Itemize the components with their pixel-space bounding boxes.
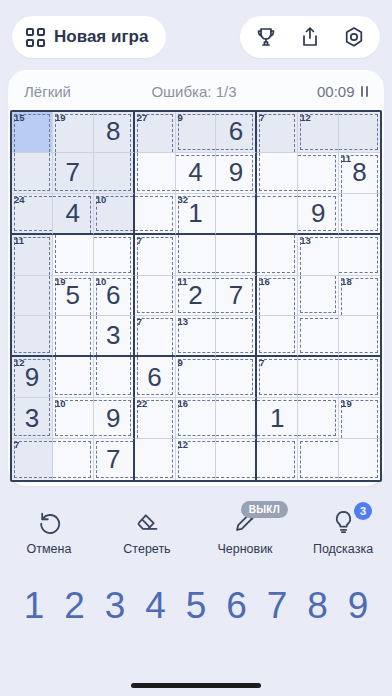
cell-r3c4[interactable] (135, 194, 176, 235)
cell-r3c8[interactable]: 9 (298, 194, 339, 235)
cell-r5c2[interactable]: 195 (53, 276, 94, 317)
cell-r6c9[interactable] (339, 316, 380, 357)
cage-border (341, 194, 378, 231)
cage-border (257, 441, 295, 478)
cage-sum-label: 9 (178, 358, 183, 368)
cell-r4c2[interactable] (53, 235, 94, 276)
hint-button[interactable]: 3 Подсказка (298, 508, 388, 556)
lightbulb-icon (330, 508, 357, 535)
cell-r9c2[interactable] (53, 439, 94, 480)
cage-border (339, 316, 378, 353)
cell-r8c4[interactable]: 22 (135, 398, 176, 439)
cell-r5c8[interactable] (298, 276, 339, 317)
cell-r8c2[interactable]: 10 (53, 398, 94, 439)
cage-sum-label: 19 (55, 113, 66, 123)
cage-sum-label: 19 (341, 399, 352, 409)
cell-r3c6[interactable] (216, 194, 257, 235)
cage-border (259, 316, 295, 353)
cell-r4c9[interactable] (339, 235, 380, 276)
cage-sum-label: 24 (14, 195, 25, 205)
numpad-7[interactable]: 7 (259, 585, 295, 627)
cell-r8c5[interactable]: 16 (176, 398, 217, 439)
numpad-3[interactable]: 3 (97, 585, 133, 627)
numpad-2[interactable]: 2 (57, 585, 93, 627)
cage-border (300, 276, 336, 314)
cage-sum-label: 7 (137, 317, 142, 327)
cage-border (216, 196, 255, 233)
cell-r2c4[interactable] (135, 153, 176, 194)
cell-r6c6[interactable] (216, 316, 257, 357)
cage-border (55, 235, 93, 273)
toolbar: Отмена Стереть ВЫКЛ Черновик 3 Подсказка (0, 508, 392, 556)
cage-border (298, 400, 336, 436)
cell-r1c4[interactable]: 27 (135, 112, 176, 153)
cage-border (137, 318, 173, 355)
cage-border (216, 359, 253, 395)
undo-label: Отмена (27, 542, 72, 556)
cage-border (339, 237, 378, 273)
cell-r2c3[interactable] (94, 153, 135, 194)
cage-border (135, 439, 173, 478)
cage-border (257, 196, 297, 233)
cell-r5c6[interactable]: 7 (216, 276, 257, 317)
cell-r8c8[interactable] (298, 398, 339, 439)
trophy-icon[interactable] (254, 25, 278, 49)
cell-r1c1[interactable]: 15 (12, 112, 53, 153)
cell-r7c8[interactable] (298, 357, 339, 398)
cage-border (178, 235, 216, 273)
top-actions (240, 16, 380, 58)
erase-label: Стереть (123, 542, 170, 556)
cell-r3c2[interactable]: 4 (53, 194, 94, 235)
cell-r1c7[interactable]: 7 (257, 112, 298, 153)
cage-sum-label: 19 (55, 277, 66, 287)
cell-digit: 3 (94, 316, 133, 355)
settings-icon[interactable] (342, 25, 366, 49)
cell-r6c7[interactable] (257, 316, 298, 357)
cage-border (339, 114, 378, 150)
cell-digit: 7 (216, 276, 255, 316)
cell-r1c9[interactable] (339, 112, 380, 153)
number-pad: 123456789 (0, 585, 392, 627)
cell-r4c3[interactable] (94, 235, 135, 276)
draft-label: Черновик (217, 542, 272, 556)
cell-digit: 9 (94, 398, 133, 438)
cell-r6c4[interactable]: 7 (135, 316, 176, 357)
cage-sum-label: 13 (300, 236, 311, 246)
cage-border (216, 318, 253, 353)
new-game-grid-icon (26, 28, 45, 47)
cage-sum-label: 22 (137, 399, 148, 409)
cage-border (178, 114, 216, 150)
cage-border (14, 153, 50, 191)
numpad-6[interactable]: 6 (219, 585, 255, 627)
cage-border (216, 400, 255, 436)
cage-border (53, 441, 91, 478)
cell-r1c3[interactable]: 8 (94, 112, 135, 153)
cage-sum-label: 7 (14, 440, 19, 450)
cell-r9c9[interactable] (339, 439, 380, 480)
cage-sum-label: 13 (178, 317, 189, 327)
cage-border (14, 316, 50, 353)
new-game-label: Новая игра (54, 27, 148, 47)
cage-border (14, 276, 50, 316)
cage-border (298, 155, 336, 191)
cell-r3c1[interactable]: 24 (12, 194, 53, 235)
cage-sum-label: 7 (259, 358, 264, 368)
error-counter: Ошибка: 1/3 (151, 83, 236, 100)
cage-sum-label: 11 (178, 277, 188, 287)
cell-r7c3[interactable] (94, 357, 135, 398)
cell-r2c5[interactable]: 4 (176, 153, 217, 194)
cell-r4c7[interactable] (257, 235, 298, 276)
cage-sum-label: 15 (14, 113, 25, 123)
timer: 00:09 (317, 83, 355, 100)
cell-r8c9[interactable]: 19 (339, 398, 380, 439)
undo-button[interactable]: Отмена (4, 508, 94, 556)
new-game-button[interactable]: Новая игра (12, 16, 166, 58)
cage-sum-label: 7 (137, 236, 142, 246)
cage-sum-label: 32 (178, 195, 189, 205)
cage-border (55, 357, 91, 395)
cell-r4c4[interactable]: 7 (135, 235, 176, 276)
status-row: Лёгкий Ошибка: 1/3 00:09 (8, 70, 384, 110)
cell-r8c3[interactable]: 9 (94, 398, 135, 439)
cell-r7c1[interactable]: 129 (12, 357, 53, 398)
cage-border (259, 114, 295, 152)
cell-r5c1[interactable] (12, 276, 53, 317)
cell-r1c8[interactable]: 12 (298, 112, 339, 153)
cage-sum-label: 12 (300, 113, 311, 123)
cell-r4c6[interactable] (216, 235, 257, 276)
cage-sum-label: 10 (55, 399, 66, 409)
cell-r2c1[interactable] (12, 153, 53, 194)
cell-digit (339, 439, 380, 480)
cage-border (137, 153, 175, 191)
cell-r6c1[interactable] (12, 316, 53, 357)
cage-border (257, 235, 295, 273)
cell-digit: 7 (94, 439, 133, 480)
cell-r1c6[interactable]: 6 (216, 112, 257, 153)
cell-r6c5[interactable]: 13 (176, 316, 217, 357)
cage-border (14, 441, 52, 478)
cage-border (216, 441, 255, 478)
hint-label: Подсказка (313, 542, 373, 556)
cell-r7c7[interactable]: 7 (257, 357, 298, 398)
cell-digit: 9 (298, 194, 338, 233)
cage-border (135, 196, 173, 231)
cage-sum-label: 16 (178, 399, 189, 409)
erase-button[interactable]: Стереть (102, 508, 192, 556)
numpad-9[interactable]: 9 (340, 585, 376, 627)
cage-border (96, 357, 131, 395)
cell-digit: 9 (216, 153, 255, 193)
cage-border (298, 359, 338, 395)
hint-count-badge: 3 (354, 502, 372, 520)
home-indicator (131, 683, 261, 688)
cell-digit: 1 (257, 398, 297, 438)
cell-r2c8[interactable] (298, 153, 339, 194)
cell-r5c9[interactable]: 18 (339, 276, 380, 317)
cage-border (94, 237, 131, 273)
cell-digit: 3 (12, 398, 52, 438)
cell-r5c5[interactable]: 112 (176, 276, 217, 317)
cage-sum-label: 9 (178, 113, 183, 123)
cell-r3c9[interactable] (339, 194, 380, 235)
cell-r6c3[interactable]: 3 (94, 316, 135, 357)
cage-border (55, 316, 91, 355)
cage-sum-label: 7 (259, 113, 264, 123)
cell-digit: 7 (53, 153, 93, 193)
numpad-8[interactable]: 8 (300, 585, 336, 627)
cell-r1c2[interactable]: 19 (53, 112, 94, 153)
cage-border (137, 237, 173, 275)
cage-border (259, 153, 297, 191)
cage-sum-label: 11 (14, 236, 24, 246)
top-bar: Новая игра (0, 0, 392, 58)
cage-sum-label: 10 (96, 277, 107, 287)
difficulty-label: Лёгкий (24, 83, 71, 100)
numpad-4[interactable]: 4 (138, 585, 174, 627)
draft-button[interactable]: ВЫКЛ Черновик (200, 508, 290, 556)
cage-sum-label: 12 (178, 440, 189, 450)
cell-r6c8[interactable] (298, 316, 339, 357)
cage-sum-label: 11 (341, 154, 351, 164)
pause-icon[interactable] (361, 86, 369, 97)
cage-sum-label: 12 (14, 358, 25, 368)
cage-border (339, 359, 378, 395)
numpad-1[interactable]: 1 (16, 585, 52, 627)
cell-r9c8[interactable] (298, 439, 339, 480)
cell-digit: 6 (135, 357, 175, 397)
cell-r3c3[interactable]: 10 (94, 194, 135, 235)
cell-r7c4[interactable]: 6 (135, 357, 176, 398)
game-card: Лёгкий Ошибка: 1/3 00:09 151982796712749… (8, 70, 384, 486)
cell-r3c5[interactable]: 321 (176, 194, 217, 235)
cage-border (300, 441, 338, 478)
share-icon[interactable] (298, 25, 322, 49)
cage-sum-label: 10 (96, 195, 107, 205)
cell-r9c5[interactable]: 12 (176, 439, 217, 480)
cell-r7c2[interactable] (53, 357, 94, 398)
cell-r8c6[interactable] (216, 398, 257, 439)
cell-r4c8[interactable]: 13 (298, 235, 339, 276)
cage-border (94, 153, 131, 191)
cell-r7c9[interactable] (339, 357, 380, 398)
eraser-icon (134, 508, 161, 535)
cell-r9c7[interactable] (257, 439, 298, 480)
cage-border (178, 359, 216, 395)
cell-digit: 4 (176, 153, 216, 193)
cell-r9c6[interactable] (216, 439, 257, 480)
cage-sum-label: 16 (259, 277, 270, 287)
cage-border (216, 235, 255, 273)
cell-r5c4[interactable] (135, 276, 176, 317)
cage-border (137, 276, 173, 314)
cell-r2c2[interactable]: 7 (53, 153, 94, 194)
numpad-5[interactable]: 5 (178, 585, 214, 627)
cell-r1c5[interactable]: 9 (176, 112, 217, 153)
cell-r9c4[interactable] (135, 439, 176, 480)
draft-off-badge: ВЫКЛ (241, 501, 288, 518)
cell-r5c7[interactable]: 16 (257, 276, 298, 317)
cell-r5c3[interactable]: 106 (94, 276, 135, 317)
cell-r7c5[interactable]: 9 (176, 357, 217, 398)
cell-r8c1[interactable]: 3 (12, 398, 53, 439)
cage-border (300, 318, 338, 353)
cell-r2c6[interactable]: 9 (216, 153, 257, 194)
cell-r8c7[interactable]: 1 (257, 398, 298, 439)
cell-r3c7[interactable] (257, 194, 298, 235)
cage-border (259, 359, 297, 395)
cage-sum-label: 18 (341, 277, 352, 287)
cell-r2c9[interactable]: 118 (339, 153, 380, 194)
undo-icon (36, 508, 63, 535)
cell-r6c2[interactable] (53, 316, 94, 357)
cell-digit: 4 (53, 194, 93, 233)
cell-r9c3[interactable]: 7 (94, 439, 135, 480)
killer-sudoku-board[interactable]: 1519827967127491182441032191171319510611… (10, 110, 382, 482)
cage-sum-label: 27 (137, 113, 148, 123)
cell-r2c7[interactable] (257, 153, 298, 194)
cell-digit: 6 (216, 112, 255, 152)
cell-digit: 8 (94, 112, 133, 152)
cell-r9c1[interactable]: 7 (12, 439, 53, 480)
cell-r4c5[interactable] (176, 235, 217, 276)
cell-r4c1[interactable]: 11 (12, 235, 53, 276)
cell-r7c6[interactable] (216, 357, 257, 398)
